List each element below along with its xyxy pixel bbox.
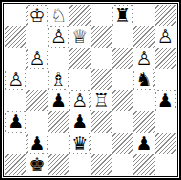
square-g2: ♟ [133,133,154,154]
square-b2: ♟ [26,133,47,154]
square-b6: ♙ [26,48,47,69]
square-a5: ♙ [5,69,26,90]
square-f5 [112,69,133,90]
square-g1 [133,154,154,175]
piece-black-pawn: ♟ [6,112,25,132]
square-h7: ♙ [155,26,176,47]
square-a8 [5,5,26,26]
square-e1 [91,154,112,175]
piece-white-bishop: ♗ [49,69,68,89]
piece-white-knight: ♘ [49,6,68,26]
square-h6 [155,48,176,69]
square-e2 [91,133,112,154]
square-b7 [26,26,47,47]
chess-diagram: ♔♘♜♙♕♙♙♙♙♗♞♟♙♖♟♟♟♟♛♟♚ [0,0,181,180]
square-c7: ♙ [48,26,69,47]
piece-black-rook: ♜ [113,6,132,26]
square-d5 [69,69,90,90]
piece-black-pawn: ♟ [49,91,68,111]
square-d7: ♕ [69,26,90,47]
square-b4 [26,90,47,111]
square-a7 [5,26,26,47]
square-h4: ♟ [155,90,176,111]
square-c1 [48,154,69,175]
square-b1: ♚ [26,154,47,175]
square-g6: ♙ [133,48,154,69]
square-h1 [155,154,176,175]
square-c3 [48,111,69,132]
square-f7 [112,26,133,47]
square-g7 [133,26,154,47]
square-b3 [26,111,47,132]
piece-black-pawn: ♟ [70,112,89,132]
square-d8 [69,5,90,26]
square-b5 [26,69,47,90]
square-e8 [91,5,112,26]
square-d6 [69,48,90,69]
piece-black-queen: ♛ [70,133,89,153]
piece-black-pawn: ♟ [134,133,153,153]
square-a1 [5,154,26,175]
square-e3 [91,111,112,132]
square-c8: ♘ [48,5,69,26]
square-a6 [5,48,26,69]
square-e6 [91,48,112,69]
diagram-inner-frame: ♔♘♜♙♕♙♙♙♙♗♞♟♙♖♟♟♟♟♛♟♚ [3,3,178,177]
piece-white-pawn: ♙ [28,48,47,68]
square-d1 [69,154,90,175]
piece-white-pawn: ♙ [6,69,25,89]
square-g4 [133,90,154,111]
square-f8: ♜ [112,5,133,26]
square-f4 [112,90,133,111]
chess-board: ♔♘♜♙♕♙♙♙♙♗♞♟♙♖♟♟♟♟♛♟♚ [5,5,176,175]
square-e4: ♖ [91,90,112,111]
square-a3: ♟ [5,111,26,132]
piece-black-pawn: ♟ [156,91,175,111]
square-f1 [112,154,133,175]
square-c4: ♟ [48,90,69,111]
square-h3 [155,111,176,132]
square-e5 [91,69,112,90]
piece-white-king: ♔ [28,6,47,26]
square-g5: ♞ [133,69,154,90]
piece-black-pawn: ♟ [28,133,47,153]
piece-black-knight: ♞ [134,69,153,89]
square-g8 [133,5,154,26]
square-a2 [5,133,26,154]
square-h5 [155,69,176,90]
square-c2 [48,133,69,154]
square-f2 [112,133,133,154]
piece-white-rook: ♖ [92,91,111,111]
piece-white-queen: ♕ [70,27,89,47]
square-e7 [91,26,112,47]
square-c5: ♗ [48,69,69,90]
square-c6 [48,48,69,69]
square-h8 [155,5,176,26]
piece-white-pawn: ♙ [134,48,153,68]
square-d3: ♟ [69,111,90,132]
square-d2: ♛ [69,133,90,154]
square-f6 [112,48,133,69]
square-g3 [133,111,154,132]
square-a4 [5,90,26,111]
piece-white-pawn: ♙ [156,27,175,47]
piece-white-pawn: ♙ [49,27,68,47]
piece-white-pawn: ♙ [70,91,89,111]
square-d4: ♙ [69,90,90,111]
square-b8: ♔ [26,5,47,26]
piece-black-king: ♚ [28,154,47,174]
square-f3 [112,111,133,132]
square-h2 [155,133,176,154]
